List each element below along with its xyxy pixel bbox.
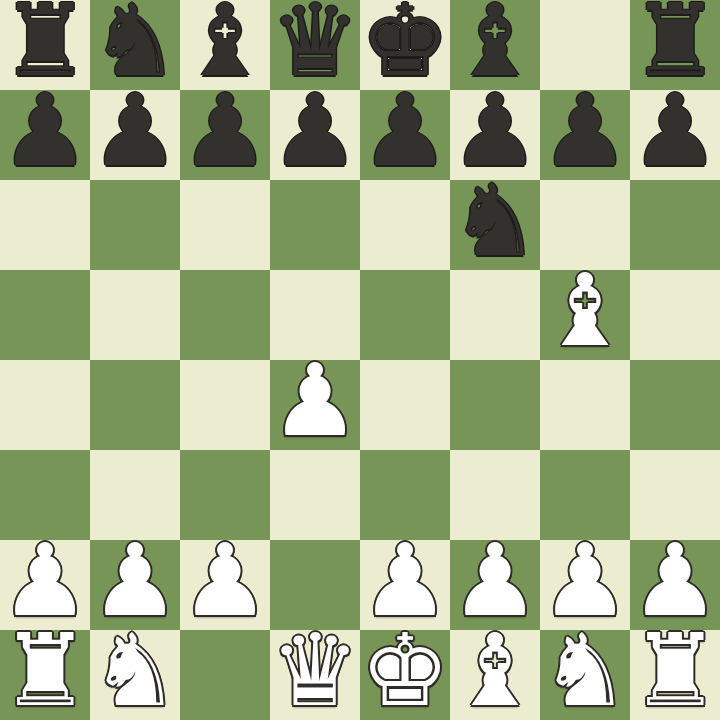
piece-black-pawn[interactable]: ♟: [0, 86, 90, 176]
square-g1[interactable]: ♞: [540, 630, 630, 720]
piece-black-knight[interactable]: ♞: [450, 176, 540, 266]
square-c5[interactable]: [180, 270, 270, 360]
square-b6[interactable]: [90, 180, 180, 270]
square-a4[interactable]: [0, 360, 90, 450]
square-h4[interactable]: [630, 360, 720, 450]
square-e7[interactable]: ♟: [360, 90, 450, 180]
square-b7[interactable]: ♟: [90, 90, 180, 180]
square-c2[interactable]: ♟: [180, 540, 270, 630]
square-e5[interactable]: [360, 270, 450, 360]
piece-white-pawn[interactable]: ♟: [270, 356, 360, 446]
square-e1[interactable]: ♚: [360, 630, 450, 720]
square-a6[interactable]: [0, 180, 90, 270]
piece-white-knight[interactable]: ♞: [540, 626, 630, 716]
piece-white-king[interactable]: ♚: [360, 626, 450, 716]
square-b4[interactable]: [90, 360, 180, 450]
square-f5[interactable]: [450, 270, 540, 360]
square-d4[interactable]: ♟: [270, 360, 360, 450]
square-d7[interactable]: ♟: [270, 90, 360, 180]
square-a1[interactable]: ♜: [0, 630, 90, 720]
square-c7[interactable]: ♟: [180, 90, 270, 180]
square-e4[interactable]: [360, 360, 450, 450]
piece-black-pawn[interactable]: ♟: [540, 86, 630, 176]
chess-board: ♜♞♝♛♚♝♜♟♟♟♟♟♟♟♟♞♝♟♟♟♟♟♟♟♟♜♞♛♚♝♞♜: [0, 0, 720, 720]
piece-black-pawn[interactable]: ♟: [270, 86, 360, 176]
square-d1[interactable]: ♛: [270, 630, 360, 720]
square-g4[interactable]: [540, 360, 630, 450]
square-a5[interactable]: [0, 270, 90, 360]
square-f4[interactable]: [450, 360, 540, 450]
square-h1[interactable]: ♜: [630, 630, 720, 720]
piece-black-pawn[interactable]: ♟: [630, 86, 720, 176]
square-c4[interactable]: [180, 360, 270, 450]
piece-white-queen[interactable]: ♛: [270, 626, 360, 716]
square-g5[interactable]: ♝: [540, 270, 630, 360]
piece-white-bishop[interactable]: ♝: [450, 626, 540, 716]
square-f6[interactable]: ♞: [450, 180, 540, 270]
square-b1[interactable]: ♞: [90, 630, 180, 720]
piece-black-pawn[interactable]: ♟: [360, 86, 450, 176]
piece-white-rook[interactable]: ♜: [630, 626, 720, 716]
square-g7[interactable]: ♟: [540, 90, 630, 180]
piece-white-rook[interactable]: ♜: [0, 626, 90, 716]
square-d3[interactable]: [270, 450, 360, 540]
square-b5[interactable]: [90, 270, 180, 360]
square-d6[interactable]: [270, 180, 360, 270]
square-h5[interactable]: [630, 270, 720, 360]
square-e6[interactable]: [360, 180, 450, 270]
piece-white-knight[interactable]: ♞: [90, 626, 180, 716]
square-f1[interactable]: ♝: [450, 630, 540, 720]
square-h7[interactable]: ♟: [630, 90, 720, 180]
piece-black-pawn[interactable]: ♟: [90, 86, 180, 176]
piece-black-pawn[interactable]: ♟: [180, 86, 270, 176]
square-c1[interactable]: [180, 630, 270, 720]
square-h6[interactable]: [630, 180, 720, 270]
piece-white-bishop[interactable]: ♝: [540, 266, 630, 356]
piece-white-pawn[interactable]: ♟: [180, 536, 270, 626]
square-a7[interactable]: ♟: [0, 90, 90, 180]
square-c6[interactable]: [180, 180, 270, 270]
